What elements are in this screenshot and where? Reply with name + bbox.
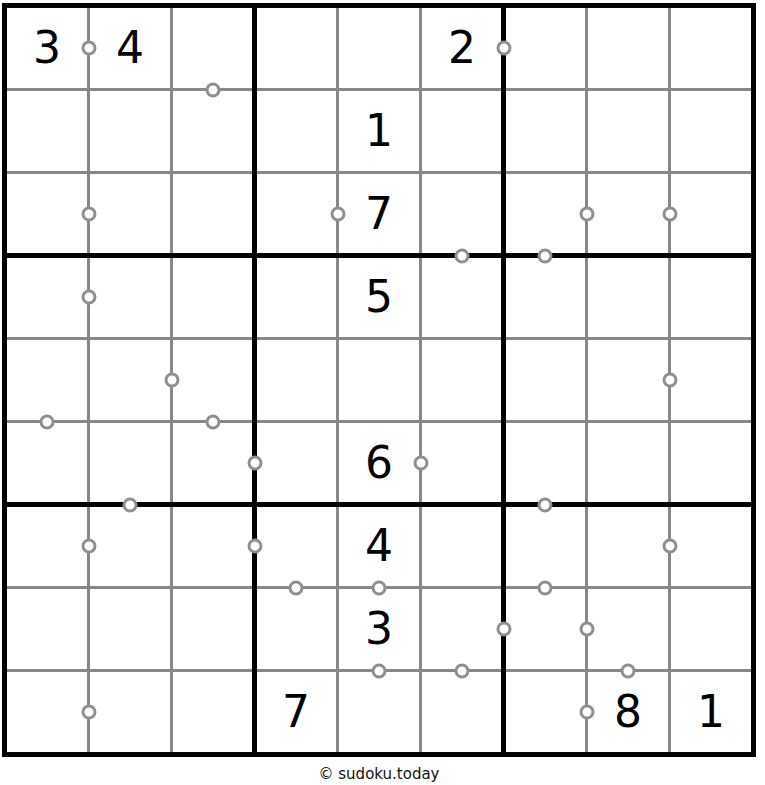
cell-r4c3[interactable] (173, 257, 253, 337)
cell-r2c3[interactable] (173, 91, 253, 171)
cell-r6c9[interactable] (671, 423, 751, 503)
cell-r2c8[interactable] (588, 91, 668, 171)
cell-r6c1[interactable] (7, 423, 87, 503)
cell-r4c7[interactable] (505, 257, 585, 337)
cell-r1c9[interactable] (671, 8, 751, 88)
cell-r1c5[interactable] (339, 8, 419, 88)
cell-r9c2[interactable] (90, 672, 170, 752)
puzzle-page: 342175643781 © sudoku.today (0, 0, 765, 785)
cell-r7c2[interactable] (90, 506, 170, 586)
cell-r7c5[interactable]: 4 (339, 506, 419, 586)
cell-r5c1[interactable] (7, 340, 87, 420)
sudoku-grid: 342175643781 (7, 8, 751, 752)
cell-r1c4[interactable] (256, 8, 336, 88)
cell-r8c3[interactable] (173, 589, 253, 669)
cell-r4c4[interactable] (256, 257, 336, 337)
sudoku-board: 342175643781 (2, 3, 756, 757)
cell-r5c5[interactable] (339, 340, 419, 420)
cell-r7c3[interactable] (173, 506, 253, 586)
cell-r3c4[interactable] (256, 174, 336, 254)
cell-r8c4[interactable] (256, 589, 336, 669)
cell-r1c1[interactable]: 3 (7, 8, 87, 88)
cell-r6c6[interactable] (422, 423, 502, 503)
cell-r1c6[interactable]: 2 (422, 8, 502, 88)
cell-r9c1[interactable] (7, 672, 87, 752)
cell-r2c7[interactable] (505, 91, 585, 171)
cell-r9c7[interactable] (505, 672, 585, 752)
cell-r5c9[interactable] (671, 340, 751, 420)
cell-r3c2[interactable] (90, 174, 170, 254)
cell-r8c6[interactable] (422, 589, 502, 669)
cell-r2c5[interactable]: 1 (339, 91, 419, 171)
cell-r8c2[interactable] (90, 589, 170, 669)
cell-r7c8[interactable] (588, 506, 668, 586)
cell-r6c8[interactable] (588, 423, 668, 503)
cell-r1c7[interactable] (505, 8, 585, 88)
cell-r3c5[interactable]: 7 (339, 174, 419, 254)
cell-r4c8[interactable] (588, 257, 668, 337)
cell-r3c9[interactable] (671, 174, 751, 254)
cell-r3c6[interactable] (422, 174, 502, 254)
cell-r8c9[interactable] (671, 589, 751, 669)
cell-r9c3[interactable] (173, 672, 253, 752)
cell-r4c5[interactable]: 5 (339, 257, 419, 337)
cell-r3c1[interactable] (7, 174, 87, 254)
cell-r9c8[interactable]: 8 (588, 672, 668, 752)
cell-r1c3[interactable] (173, 8, 253, 88)
cell-r8c5[interactable]: 3 (339, 589, 419, 669)
cell-r2c4[interactable] (256, 91, 336, 171)
footer-credit: © sudoku.today (2, 765, 756, 783)
cell-r2c1[interactable] (7, 91, 87, 171)
cell-r7c9[interactable] (671, 506, 751, 586)
cell-r7c6[interactable] (422, 506, 502, 586)
cell-r2c9[interactable] (671, 91, 751, 171)
cell-r7c4[interactable] (256, 506, 336, 586)
cell-r6c5[interactable]: 6 (339, 423, 419, 503)
cell-r8c1[interactable] (7, 589, 87, 669)
cell-r5c6[interactable] (422, 340, 502, 420)
cell-r3c3[interactable] (173, 174, 253, 254)
cell-r7c7[interactable] (505, 506, 585, 586)
cell-r6c3[interactable] (173, 423, 253, 503)
cell-r3c8[interactable] (588, 174, 668, 254)
cell-r9c9[interactable]: 1 (671, 672, 751, 752)
cell-r9c6[interactable] (422, 672, 502, 752)
cell-r5c4[interactable] (256, 340, 336, 420)
cell-r8c7[interactable] (505, 589, 585, 669)
cell-r4c6[interactable] (422, 257, 502, 337)
cell-r1c2[interactable]: 4 (90, 8, 170, 88)
cell-r3c7[interactable] (505, 174, 585, 254)
cell-r5c2[interactable] (90, 340, 170, 420)
cell-r6c4[interactable] (256, 423, 336, 503)
cell-r5c7[interactable] (505, 340, 585, 420)
cell-r4c2[interactable] (90, 257, 170, 337)
cell-r2c2[interactable] (90, 91, 170, 171)
cell-r7c1[interactable] (7, 506, 87, 586)
cell-r9c4[interactable]: 7 (256, 672, 336, 752)
cell-r6c7[interactable] (505, 423, 585, 503)
cell-r5c3[interactable] (173, 340, 253, 420)
cell-r9c5[interactable] (339, 672, 419, 752)
cell-r1c8[interactable] (588, 8, 668, 88)
cell-r8c8[interactable] (588, 589, 668, 669)
cell-r6c2[interactable] (90, 423, 170, 503)
cell-r4c1[interactable] (7, 257, 87, 337)
cell-r5c8[interactable] (588, 340, 668, 420)
cell-r2c6[interactable] (422, 91, 502, 171)
cell-r4c9[interactable] (671, 257, 751, 337)
